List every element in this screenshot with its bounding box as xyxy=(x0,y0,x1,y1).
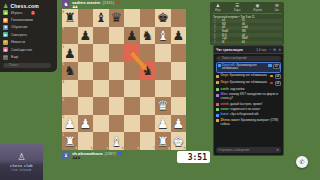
black-piece-d8[interactable]: ♛ xyxy=(109,9,125,27)
app-window: ♟ Chess.com ♟Играть1▣Головоломки◆Обучени… xyxy=(0,0,320,180)
chat-icon: ✉ xyxy=(275,3,279,8)
black-piece-c8[interactable]: ♝ xyxy=(93,9,109,27)
square-h7[interactable]: ♟ xyxy=(171,27,187,45)
chat-message-text: Onyx: Крапивонд вот обнимашка xyxy=(221,74,269,78)
chat-close-icon[interactable]: ✕ xyxy=(278,48,281,52)
chat-message-text: kvant: clips.tv/krapivond-otb xyxy=(221,113,282,117)
tab-чат[interactable]: ✉ Чат xyxy=(275,3,279,12)
chat-message[interactable]: Onyx: Крапивонд вот обнимашкаx4 xyxy=(216,74,281,79)
chat-input-placeholder: Отправить сообщение xyxy=(218,148,249,152)
sidebar-item-1[interactable]: ▣Головоломки xyxy=(3,16,57,23)
sidebar-item-4[interactable]: ≡Новости xyxy=(3,39,57,46)
tab-label: Ходы xyxy=(234,9,240,12)
logo-box-subtitle: live stream xyxy=(11,168,31,172)
sidebar-item-label: Обучение xyxy=(11,25,27,29)
square-a7[interactable]: 7 xyxy=(62,27,78,45)
sidebar-item-3[interactable]: ▶Смотреть xyxy=(3,31,57,38)
square-f6[interactable] xyxy=(140,44,156,62)
avatar-bottom[interactable]: ♝ xyxy=(62,151,70,159)
chesscom-logo[interactable]: ♟ Chess.com xyxy=(3,2,57,9)
chat-messages[interactable]: DmytroK: Крапивонд вот обнимашкаx1Onyx: … xyxy=(214,62,283,146)
rank-label: 1 xyxy=(63,133,65,137)
search-placeholder: Поиск xyxy=(9,63,18,67)
chat-message-text: DmytroK: Крапивонд вот обнимашка xyxy=(222,64,267,72)
square-g7[interactable]: ♝ xyxy=(155,27,171,45)
rank-label: 4 xyxy=(63,80,65,84)
move-number: 6. xyxy=(214,37,218,40)
black-move[interactable]: Кf6 xyxy=(242,30,258,33)
square-h6[interactable] xyxy=(171,44,187,62)
file-label: f xyxy=(154,146,155,150)
file-label: h xyxy=(184,146,186,150)
stream-logo-box: ♙ chess club live stream xyxy=(0,144,43,180)
file-label: b xyxy=(91,146,93,150)
sidebar-item-label: Играть xyxy=(11,11,22,15)
square-e1[interactable]: e xyxy=(124,132,140,150)
chat-search-icon: ⌕ xyxy=(218,56,220,60)
square-c1[interactable]: c xyxy=(93,132,109,150)
white-move[interactable]: Сg5 xyxy=(222,37,238,40)
black-piece-a6[interactable]: ♟ xyxy=(62,44,78,62)
white-piece-g7[interactable]: ♝ xyxy=(155,27,171,45)
square-d4[interactable] xyxy=(109,80,125,98)
white-piece-a2[interactable]: ♟ xyxy=(62,115,78,133)
tab-label: Чат xyxy=(275,9,279,12)
black-move[interactable]: Кbd7 xyxy=(242,37,258,40)
square-g4[interactable] xyxy=(155,80,171,98)
black-piece-b7[interactable]: ♟ xyxy=(78,27,94,45)
player-bar-bottom: ♝ sh.alexandrova (2387) ♟♟♞ xyxy=(62,151,186,163)
rank-label: 5 xyxy=(63,62,65,66)
square-g2[interactable]: ♟ xyxy=(155,115,171,133)
chat-message-text: sonar: подписался на канал xyxy=(221,108,282,112)
highlight-e6 xyxy=(124,44,140,62)
file-label: c xyxy=(106,146,108,150)
chat-message[interactable]: sonar: подписался на канал xyxy=(216,108,281,112)
square-a8[interactable]: 8♜ xyxy=(62,9,78,27)
moves-icon: ☰ xyxy=(235,3,239,8)
square-d1[interactable]: d♝ xyxy=(109,132,125,150)
rank-label: 8 xyxy=(63,10,65,14)
square-e3[interactable] xyxy=(124,97,140,115)
sidebar-item-label: Смотреть xyxy=(11,33,27,37)
square-g3[interactable]: ♛ xyxy=(155,97,171,115)
square-f8[interactable] xyxy=(140,9,156,27)
sidebar-item-6[interactable]: ⋯Ещё xyxy=(3,53,57,60)
black-piece-a8[interactable]: ♜ xyxy=(62,9,78,27)
square-c5[interactable] xyxy=(93,62,109,80)
rank-label: 2 xyxy=(63,115,65,119)
square-d3[interactable] xyxy=(109,97,125,115)
square-b4[interactable] xyxy=(78,80,94,98)
white-piece-g3[interactable]: ♛ xyxy=(155,97,171,115)
user-badge-icon xyxy=(218,64,221,67)
black-piece-h7[interactable]: ♟ xyxy=(171,27,187,45)
combo-count: x1 xyxy=(273,64,279,69)
sidebar-search[interactable]: ⌕ Поиск xyxy=(3,63,51,69)
black-piece-a5[interactable]: ♞ xyxy=(62,62,78,80)
sidebar-item-0[interactable]: ♟Играть1 xyxy=(3,9,57,16)
more-icon: ⋯ xyxy=(3,55,8,60)
square-g8[interactable]: ♚ xyxy=(155,9,171,27)
chat-message[interactable]: cveth: ход конём xyxy=(216,88,281,92)
square-c6[interactable] xyxy=(93,44,109,62)
sidebar-item-label: Новости xyxy=(11,40,25,44)
chat-input[interactable]: Отправить сообщение ➤ xyxy=(216,147,281,153)
white-piece-g2[interactable]: ♟ xyxy=(155,115,171,133)
square-g6[interactable] xyxy=(155,44,171,62)
move-row[interactable]: 7. f4 b5 xyxy=(212,41,282,45)
square-d5[interactable] xyxy=(109,62,125,80)
search-icon: ⌕ xyxy=(5,63,7,67)
square-e4[interactable] xyxy=(124,80,140,98)
tab-label: Игроки xyxy=(253,9,261,12)
square-d7[interactable] xyxy=(109,27,125,45)
chat-message-text: Onyx: Крапивонд вот обнимашка xyxy=(221,81,269,85)
user-badge-icon xyxy=(216,94,219,97)
move-number: 7. xyxy=(214,41,218,44)
white-piece-h2[interactable]: ♟ xyxy=(171,115,187,133)
chat-settings-icon[interactable]: ⚙ xyxy=(273,48,276,52)
move-list[interactable]: 1. e4 c52. Кf3 d63. d4 cxd44. Кxd4 Кf65.… xyxy=(212,19,282,44)
combo-count: x4 xyxy=(275,74,281,79)
chess-board[interactable]: 8♜♝♛♚7♟♟♞♝♟6♟5♞♞43♛2♟♟♟♟1a♜bcd♝efg♜h♚ xyxy=(62,9,186,150)
chat-header: Чат трансляции 1,4 тыс. ◔ ⚙ ✕ xyxy=(214,46,283,54)
board-icon: ♟ xyxy=(216,3,220,8)
tab-ходы[interactable]: ☰ Ходы xyxy=(234,3,240,12)
chat-message[interactable]: Onyx: Крапивонд вот обнимашкаx4 xyxy=(216,81,281,86)
square-a5[interactable]: 5♞ xyxy=(62,62,78,80)
chat-message[interactable]: Zhena: может Крапивонд выиграет (OTB) се… xyxy=(216,119,281,127)
flag-icon xyxy=(270,82,274,85)
file-label: e xyxy=(137,146,139,150)
chat-message-text: Zhena: может Крапивонд выиграет (OTB) се… xyxy=(221,119,282,127)
square-a2[interactable]: 2♟ xyxy=(62,115,78,133)
black-piece-f7[interactable]: ♞ xyxy=(140,27,156,45)
square-e5[interactable] xyxy=(124,62,140,80)
stream-chat-panel: Чат трансляции 1,4 тыс. ◔ ⚙ ✕ ⌕ Поиск со… xyxy=(213,45,284,156)
sidebar-item-label: Головоломки xyxy=(11,18,33,22)
square-e6[interactable] xyxy=(124,44,140,62)
user-badge-icon xyxy=(216,103,219,106)
square-a6[interactable]: 6♟ xyxy=(62,44,78,62)
square-c3[interactable] xyxy=(93,97,109,115)
sidebar-item-2[interactable]: ◆Обучение xyxy=(3,24,57,31)
black-piece-e7[interactable]: ♟ xyxy=(124,27,140,45)
square-f2[interactable] xyxy=(140,115,156,133)
square-d6[interactable] xyxy=(109,44,125,62)
chat-message-text: mirek: давай быстрее, время! xyxy=(221,103,282,107)
flag-icon xyxy=(270,75,274,78)
chat-search-placeholder: Поиск сообщений xyxy=(222,56,247,60)
square-f1[interactable]: f xyxy=(140,132,156,150)
flag-icon xyxy=(268,64,272,67)
tab-игра[interactable]: ♟ Игра xyxy=(215,3,221,12)
file-label: d xyxy=(122,146,124,150)
sidebar-item-label: Сообщество xyxy=(11,48,32,52)
chat-message-text: Glen: почему Кf5? нападение на ферзя и с… xyxy=(221,93,282,101)
chat-message[interactable]: Glen: почему Кf5? нападение на ферзя и с… xyxy=(216,93,281,101)
pawn-icon: ♟ xyxy=(3,10,8,15)
file-label: a xyxy=(75,146,77,150)
black-piece-f5[interactable]: ♞ xyxy=(140,62,156,80)
sidebar-items: ♟Играть1▣Головоломки◆Обучение▶Смотреть≡Н… xyxy=(3,9,57,61)
square-f5[interactable]: ♞ xyxy=(140,62,156,80)
avatar-top[interactable]: ♞ xyxy=(62,0,70,8)
square-c8[interactable]: ♝ xyxy=(93,9,109,27)
square-h8[interactable] xyxy=(171,9,187,27)
move-number: 1. xyxy=(214,19,218,22)
sidebar-item-5[interactable]: ◉Сообщество xyxy=(3,46,57,53)
square-a3[interactable]: 3 xyxy=(62,97,78,115)
square-b7[interactable]: ♟ xyxy=(78,27,94,45)
tab-label: Игра xyxy=(215,9,221,12)
cap-icon: ◆ xyxy=(3,25,8,30)
chat-message[interactable]: DmytroK: Крапивонд вот обнимашкаx1 xyxy=(216,62,281,73)
user-badge-icon xyxy=(216,81,219,84)
logo-pawn-icon: ♟ xyxy=(3,3,8,9)
viewers-icon[interactable]: ◔ xyxy=(269,48,271,52)
square-e2[interactable] xyxy=(124,115,140,133)
chat-message[interactable]: kvant: clips.tv/krapivond-otb xyxy=(216,113,281,117)
rank-label: 3 xyxy=(63,98,65,102)
combo-count: x4 xyxy=(275,81,281,86)
clock-time: 3:51 xyxy=(188,153,207,162)
logo-text: Chess.com xyxy=(10,3,38,9)
white-move[interactable]: e4 xyxy=(222,19,238,22)
game-panel: ♟ Игра☰ Ходы◉ Игроки✉ Чат Титульный втор… xyxy=(210,2,284,45)
square-f7[interactable]: ♞ xyxy=(140,27,156,45)
chat-viewer-count: 1,4 тыс. xyxy=(256,48,267,52)
chat-search[interactable]: ⌕ Поиск сообщений xyxy=(216,56,281,61)
square-h2[interactable]: ♟ xyxy=(171,115,187,133)
square-h5[interactable] xyxy=(171,62,187,80)
square-h3[interactable] xyxy=(171,97,187,115)
user-badge-icon xyxy=(216,75,219,78)
user-badge-icon xyxy=(216,114,219,117)
square-f3[interactable] xyxy=(140,97,156,115)
player-bar-top: ♞ xadrez-mestre (2341) ♟♟ xyxy=(62,0,186,9)
players-icon: ◉ xyxy=(256,3,260,8)
user-badge-icon xyxy=(216,88,219,91)
chat-message[interactable]: mirek: давай быстрее, время! xyxy=(216,103,281,107)
clock-bottom: 3:51 xyxy=(177,151,210,163)
send-icon: ➤ xyxy=(276,148,279,152)
square-b8[interactable] xyxy=(78,9,94,27)
user-badge-icon xyxy=(216,119,219,122)
square-e7[interactable]: ♟ xyxy=(124,27,140,45)
square-d8[interactable]: ♛ xyxy=(109,9,125,27)
sidebar: ♟ Chess.com ♟Играть1▣Головоломки◆Обучени… xyxy=(0,0,57,72)
white-move[interactable]: Кxd4 xyxy=(222,30,238,33)
square-h1[interactable]: h♚ xyxy=(171,132,187,150)
community-icon: ◉ xyxy=(3,47,8,52)
logo-box-piece-icon: ♙ xyxy=(17,153,25,162)
square-b6[interactable] xyxy=(78,44,94,62)
game-panel-header: Титульный вторник • Тур 9 из 11 xyxy=(212,13,282,19)
square-c2[interactable] xyxy=(93,115,109,133)
rank-label: 6 xyxy=(63,45,65,49)
square-b1[interactable]: b xyxy=(78,132,94,150)
chat-message-text: cveth: ход конём xyxy=(221,88,282,92)
square-a1[interactable]: 1a♜ xyxy=(62,132,78,150)
white-piece-b2[interactable]: ♟ xyxy=(78,115,94,133)
user-badge-icon xyxy=(216,108,219,111)
black-move[interactable]: c5 xyxy=(242,19,258,22)
square-b5[interactable] xyxy=(78,62,94,80)
player-bottom-flag-icon xyxy=(118,152,122,155)
square-b2[interactable]: ♟ xyxy=(78,115,94,133)
screen-icon: ▶ xyxy=(3,32,8,37)
black-piece-g8[interactable]: ♚ xyxy=(155,9,171,27)
chat-bubble-button[interactable]: ✆ xyxy=(296,156,308,168)
square-b3[interactable] xyxy=(78,97,94,115)
square-h4[interactable] xyxy=(171,80,187,98)
rank-label: 7 xyxy=(63,27,65,31)
square-a4[interactable]: 4 xyxy=(62,80,78,98)
square-c7[interactable] xyxy=(93,27,109,45)
file-label: g xyxy=(168,146,170,150)
tab-игроки[interactable]: ◉ Игроки xyxy=(253,3,261,12)
news-icon: ≡ xyxy=(3,40,8,45)
square-g1[interactable]: g♜ xyxy=(155,132,171,150)
black-move[interactable]: b5 xyxy=(242,41,258,44)
puzzle-icon: ▣ xyxy=(3,18,8,23)
sidebar-item-label: Ещё xyxy=(11,55,18,59)
move-number: 4. xyxy=(214,30,218,33)
player-top-flag-icon xyxy=(116,1,120,4)
captured-pieces-bottom: ♟♟♞ xyxy=(72,156,122,160)
notification-badge: 1 xyxy=(31,11,35,15)
square-g5[interactable] xyxy=(155,62,171,80)
chat-title: Чат трансляции xyxy=(216,48,254,52)
square-e8[interactable] xyxy=(124,9,140,27)
chat-bubble-icon: ✆ xyxy=(299,159,304,165)
square-d2[interactable] xyxy=(109,115,125,133)
square-f4[interactable] xyxy=(140,80,156,98)
white-move[interactable]: f4 xyxy=(222,41,238,44)
square-c4[interactable] xyxy=(93,80,109,98)
game-panel-tabs: ♟ Игра☰ Ходы◉ Игроки✉ Чат xyxy=(212,3,282,12)
